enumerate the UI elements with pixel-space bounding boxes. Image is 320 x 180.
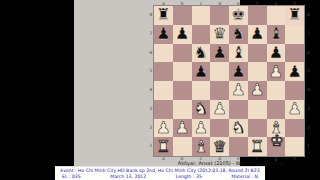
square-e3[interactable] — [229, 100, 248, 119]
square-h7[interactable] — [285, 25, 304, 44]
square-e6[interactable]: ♝ — [229, 44, 248, 63]
square-d6[interactable]: ♟ — [210, 44, 229, 63]
black-pawn-d6[interactable]: ♟ — [212, 45, 226, 61]
coord-label-6: 6 — [306, 44, 312, 63]
square-h2[interactable] — [285, 119, 304, 138]
white-pawn-c2[interactable]: ♟ — [194, 120, 208, 136]
coord-label-7: 7 — [306, 25, 312, 44]
square-f7[interactable]: ♟ — [248, 25, 267, 44]
square-g7[interactable]: ♝ — [267, 25, 286, 44]
square-e5[interactable]: ♟ — [229, 62, 248, 81]
square-h5[interactable]: ♟ — [285, 62, 304, 81]
coord-label-5: 5 — [149, 62, 154, 81]
square-e4[interactable]: ♟ — [229, 81, 248, 100]
square-d5[interactable] — [210, 62, 229, 81]
material-detail: Material : N — [231, 174, 258, 179]
square-b7[interactable]: ♟ — [173, 25, 192, 44]
black-pawn-b7[interactable]: ♟ — [175, 26, 189, 42]
square-e7[interactable]: ♞ — [229, 25, 248, 44]
square-f3[interactable] — [248, 100, 267, 119]
coord-label-6: 6 — [149, 44, 154, 63]
square-f1[interactable]: ♜ — [248, 137, 267, 156]
game-info-box: Event : Ho Chi Minh City HD Bank op 2nd,… — [55, 166, 265, 180]
date-detail: March 13, 2012 — [110, 174, 146, 179]
square-c7[interactable] — [192, 25, 211, 44]
square-g1[interactable]: ♚ — [267, 137, 286, 156]
square-c6[interactable]: ♞ — [192, 44, 211, 63]
black-pawn-g6[interactable]: ♟ — [269, 45, 283, 61]
square-b1[interactable] — [173, 137, 192, 156]
rank-labels-right: 87654321 — [306, 6, 312, 156]
square-a2[interactable]: ♟ — [154, 119, 173, 138]
white-pawn-f4[interactable]: ♟ — [250, 82, 264, 98]
square-a4[interactable] — [154, 81, 173, 100]
square-a1[interactable]: ♜ — [154, 137, 173, 156]
white-knight-c3[interactable]: ♞ — [194, 101, 208, 117]
rank-labels-left: 87654321 — [149, 6, 154, 156]
black-rook-a8[interactable]: ♜ — [156, 7, 170, 23]
square-d4[interactable] — [210, 81, 229, 100]
black-queen-d7[interactable]: ♛ — [212, 26, 226, 42]
black-knight-c6[interactable]: ♞ — [194, 45, 208, 61]
white-pawn-e4[interactable]: ♟ — [231, 82, 245, 98]
eco-detail: EL : 035 — [62, 174, 81, 179]
square-g4[interactable] — [267, 81, 286, 100]
coord-label-2: 2 — [306, 119, 312, 138]
coord-label-5: 5 — [306, 62, 312, 81]
square-d1[interactable]: ♛ — [210, 137, 229, 156]
square-e2[interactable]: ♞ — [229, 119, 248, 138]
square-d8[interactable] — [210, 6, 229, 25]
square-b3[interactable] — [173, 100, 192, 119]
square-a5[interactable] — [154, 62, 173, 81]
coord-label-7: 7 — [149, 25, 154, 44]
square-a3[interactable] — [154, 100, 173, 119]
square-b6[interactable] — [173, 44, 192, 63]
black-pawn-h5[interactable]: ♟ — [287, 64, 301, 80]
black-king-e8[interactable]: ♚ — [231, 7, 245, 23]
coord-label-3: 3 — [149, 100, 154, 119]
coord-label-8: 8 — [149, 6, 154, 25]
length-detail: Length : 35 — [176, 174, 202, 179]
square-c8[interactable] — [192, 6, 211, 25]
square-g8[interactable] — [267, 6, 286, 25]
square-g6[interactable]: ♟ — [267, 44, 286, 63]
square-f8[interactable] — [248, 6, 267, 25]
square-c1[interactable]: ♝ — [192, 137, 211, 156]
square-c2[interactable]: ♟ — [192, 119, 211, 138]
coord-label-2: 2 — [149, 119, 154, 138]
white-bishop-c1[interactable]: ♝ — [194, 139, 208, 155]
black-pawn-e5[interactable]: ♟ — [231, 64, 245, 80]
square-c3[interactable]: ♞ — [192, 100, 211, 119]
square-b4[interactable] — [173, 81, 192, 100]
coord-label-1: 1 — [306, 137, 312, 156]
white-rook-a1[interactable]: ♜ — [156, 139, 170, 155]
square-c5[interactable]: ♟ — [192, 62, 211, 81]
black-pawn-a7[interactable]: ♟ — [156, 26, 170, 42]
coord-label-8: 8 — [306, 6, 312, 25]
white-rook-f1[interactable]: ♜ — [250, 139, 264, 155]
square-b5[interactable] — [173, 62, 192, 81]
square-h6[interactable] — [285, 44, 304, 63]
video-frame: abcdefgh abcdefgh 87654321 87654321 ♜♚♜♟… — [0, 0, 320, 180]
square-g3[interactable] — [267, 100, 286, 119]
white-pawn-h3[interactable]: ♟ — [287, 101, 301, 117]
black-pawn-f7[interactable]: ♟ — [250, 26, 264, 42]
square-h8[interactable]: ♜ — [285, 6, 304, 25]
square-f6[interactable] — [248, 44, 267, 63]
coord-label-3: 3 — [306, 100, 312, 119]
square-a7[interactable]: ♟ — [154, 25, 173, 44]
black-rook-h8[interactable]: ♜ — [287, 7, 301, 23]
square-b8[interactable] — [173, 6, 192, 25]
square-f2[interactable] — [248, 119, 267, 138]
black-bishop-e6[interactable]: ♝ — [231, 45, 245, 61]
event-caption: Event : Ho Chi Minh City HD Bank op 2nd,… — [55, 168, 265, 173]
white-king-g1[interactable]: ♚ — [270, 133, 284, 149]
details-caption: EL : 035 March 13, 2012 Length : 35 Mate… — [55, 174, 265, 179]
board-panel: abcdefgh abcdefgh 87654321 87654321 ♜♚♜♟… — [74, 0, 240, 180]
square-b2[interactable]: ♟ — [173, 119, 192, 138]
chess-board: ♜♚♜♟♟♛♞♟♝♞♟♝♟♟♟♟♟♟♟♞♟♟♟♟♟♞♝♜♝♛♜♚ — [154, 6, 304, 156]
white-pawn-g5[interactable]: ♟ — [269, 64, 283, 80]
black-knight-e7[interactable]: ♞ — [231, 26, 245, 42]
square-a6[interactable] — [154, 44, 173, 63]
square-e1[interactable] — [229, 137, 248, 156]
black-bishop-g7[interactable]: ♝ — [269, 26, 283, 42]
square-h3[interactable]: ♟ — [285, 100, 304, 119]
white-queen-d1[interactable]: ♛ — [212, 139, 226, 155]
square-d7[interactable]: ♛ — [210, 25, 229, 44]
square-a8[interactable]: ♜ — [154, 6, 173, 25]
square-h4[interactable] — [285, 81, 304, 100]
white-pawn-b2[interactable]: ♟ — [175, 120, 189, 136]
white-knight-e2[interactable]: ♞ — [231, 120, 245, 136]
square-d3[interactable]: ♟ — [210, 100, 229, 119]
white-pawn-a2[interactable]: ♟ — [156, 120, 170, 136]
square-f4[interactable]: ♟ — [248, 81, 267, 100]
white-pawn-d3[interactable]: ♟ — [212, 101, 226, 117]
square-c4[interactable] — [192, 81, 211, 100]
square-h1[interactable] — [285, 137, 304, 156]
square-g5[interactable]: ♟ — [267, 62, 286, 81]
square-f5[interactable] — [248, 62, 267, 81]
coord-label-4: 4 — [306, 81, 312, 100]
square-d2[interactable] — [210, 119, 229, 138]
coord-label-1: 1 — [149, 137, 154, 156]
coord-label-4: 4 — [149, 81, 154, 100]
black-pawn-c5[interactable]: ♟ — [194, 64, 208, 80]
square-e8[interactable]: ♚ — [229, 6, 248, 25]
